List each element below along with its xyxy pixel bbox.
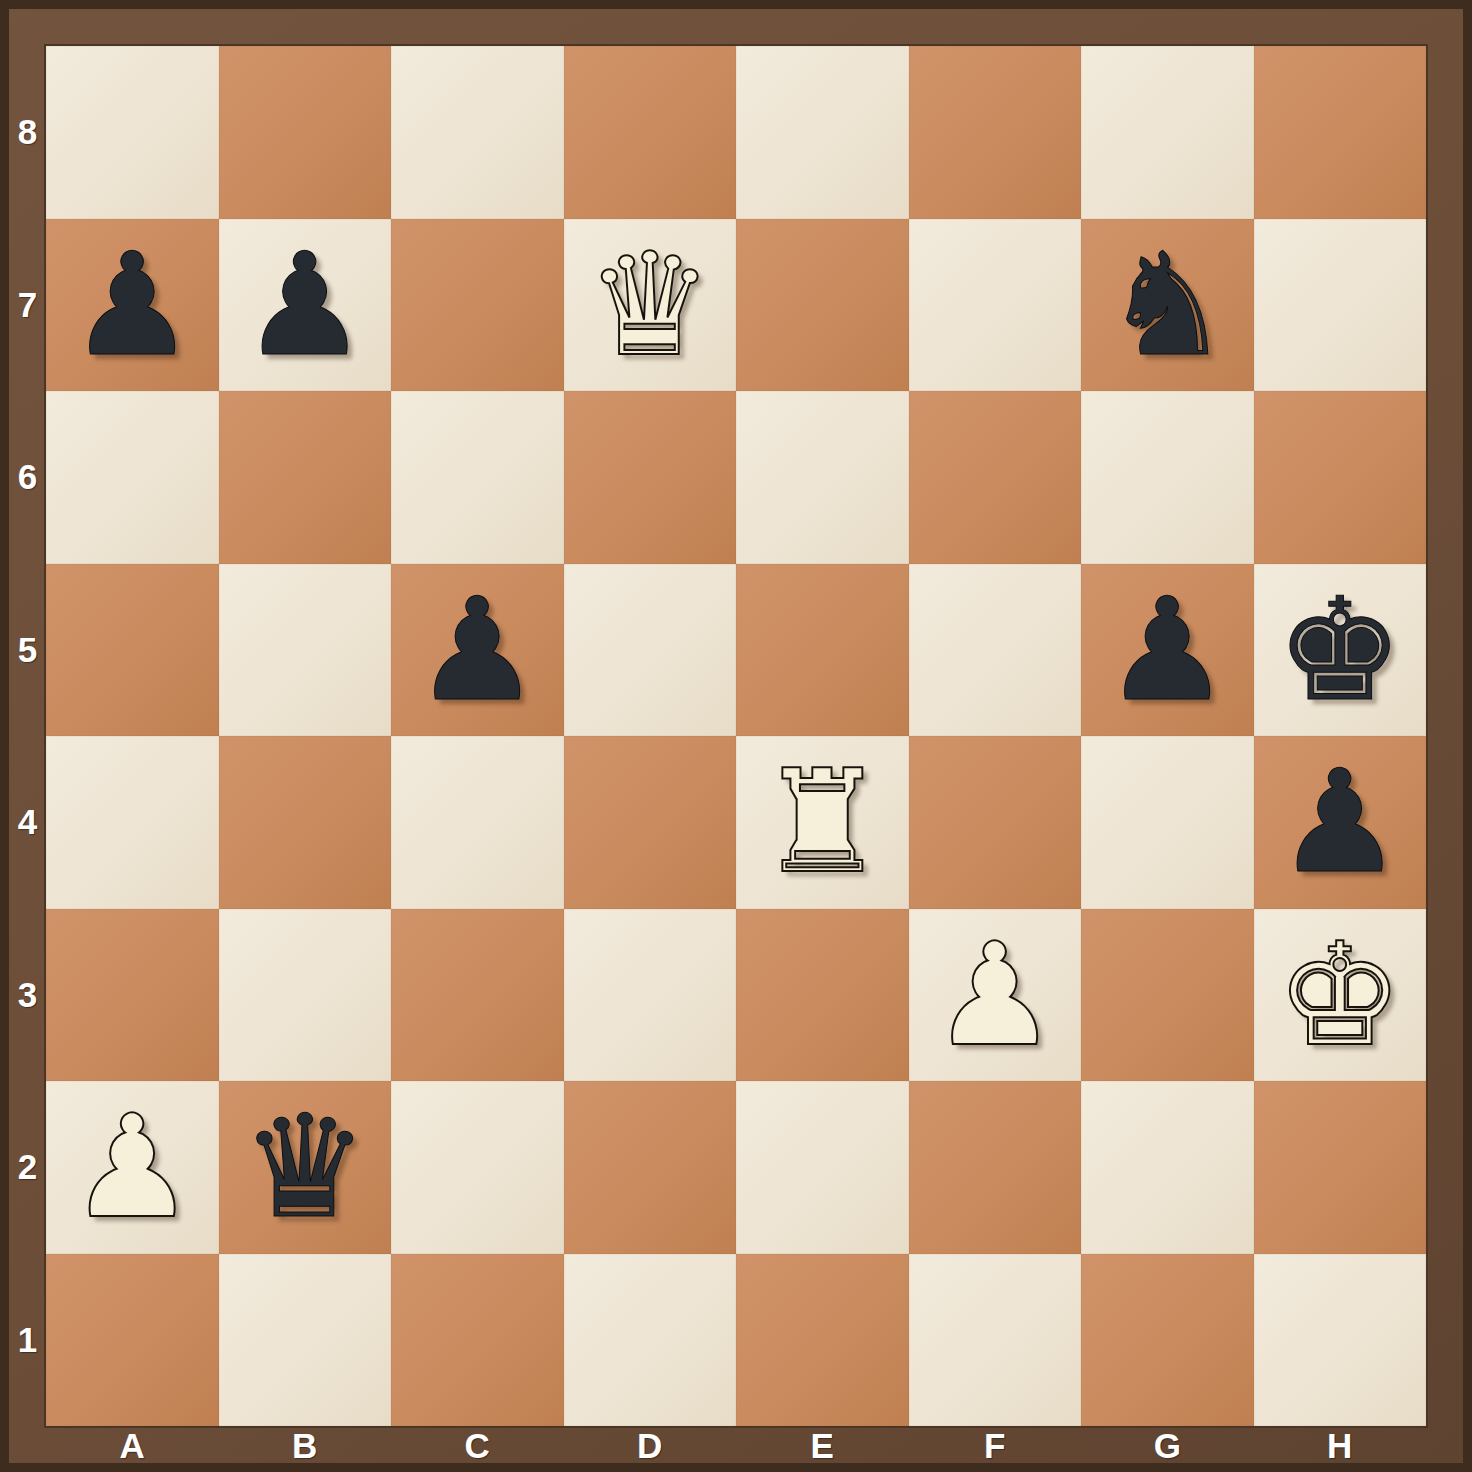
square-c5[interactable]: ♟	[391, 564, 564, 737]
black-pawn-a7[interactable]: ♟	[69, 234, 196, 376]
square-d6[interactable]	[564, 391, 737, 564]
square-a5[interactable]	[46, 564, 219, 737]
square-b7[interactable]: ♟	[219, 219, 392, 392]
square-b6[interactable]	[219, 391, 392, 564]
square-g8[interactable]	[1081, 46, 1254, 219]
square-c2[interactable]	[391, 1081, 564, 1254]
rank-label-8: 8	[9, 46, 46, 219]
file-label-e: E	[736, 1426, 909, 1468]
square-a2[interactable]: ♟	[46, 1081, 219, 1254]
square-f2[interactable]	[909, 1081, 1082, 1254]
square-f7[interactable]	[909, 219, 1082, 392]
file-label-d: D	[564, 1426, 737, 1468]
file-label-a: A	[46, 1426, 219, 1468]
square-a8[interactable]	[46, 46, 219, 219]
square-h6[interactable]	[1254, 391, 1427, 564]
rank-label-4: 4	[9, 736, 46, 909]
rank-label-1: 1	[9, 1254, 46, 1427]
square-d7[interactable]: ♛	[564, 219, 737, 392]
square-c4[interactable]	[391, 736, 564, 909]
square-b4[interactable]	[219, 736, 392, 909]
square-g4[interactable]	[1081, 736, 1254, 909]
file-label-g: G	[1081, 1426, 1254, 1468]
square-c8[interactable]	[391, 46, 564, 219]
black-pawn-b7[interactable]: ♟	[241, 234, 368, 376]
square-f1[interactable]	[909, 1254, 1082, 1427]
file-label-h: H	[1254, 1426, 1427, 1468]
black-knight-g7[interactable]: ♞	[1104, 234, 1231, 376]
square-g6[interactable]	[1081, 391, 1254, 564]
rank-label-3: 3	[9, 909, 46, 1082]
file-labels: ABCDEFGH	[46, 1426, 1426, 1463]
file-label-c: C	[391, 1426, 564, 1468]
square-f5[interactable]	[909, 564, 1082, 737]
square-h3[interactable]: ♚	[1254, 909, 1427, 1082]
square-b5[interactable]	[219, 564, 392, 737]
square-d5[interactable]	[564, 564, 737, 737]
rank-label-5: 5	[9, 564, 46, 737]
square-g5[interactable]: ♟	[1081, 564, 1254, 737]
rank-label-2: 2	[9, 1081, 46, 1254]
square-a1[interactable]	[46, 1254, 219, 1427]
square-g2[interactable]	[1081, 1081, 1254, 1254]
rank-label-7: 7	[9, 219, 46, 392]
square-a3[interactable]	[46, 909, 219, 1082]
square-a6[interactable]	[46, 391, 219, 564]
square-e4[interactable]: ♜	[736, 736, 909, 909]
white-pawn-f3[interactable]: ♟	[931, 924, 1058, 1066]
black-pawn-g5[interactable]: ♟	[1104, 579, 1231, 721]
rank-labels: 87654321	[9, 46, 46, 1426]
square-d8[interactable]	[564, 46, 737, 219]
white-queen-d7[interactable]: ♛	[586, 234, 713, 376]
square-b3[interactable]	[219, 909, 392, 1082]
square-g1[interactable]	[1081, 1254, 1254, 1427]
white-pawn-a2[interactable]: ♟	[69, 1096, 196, 1238]
black-pawn-h4[interactable]: ♟	[1276, 751, 1403, 893]
square-h2[interactable]	[1254, 1081, 1427, 1254]
square-c7[interactable]	[391, 219, 564, 392]
square-a7[interactable]: ♟	[46, 219, 219, 392]
square-a4[interactable]	[46, 736, 219, 909]
square-c3[interactable]	[391, 909, 564, 1082]
square-d4[interactable]	[564, 736, 737, 909]
square-h8[interactable]	[1254, 46, 1427, 219]
chess-board[interactable]: ♟♟♛♞♟♟♚♜♟♟♚♟♛	[46, 46, 1426, 1426]
square-c6[interactable]	[391, 391, 564, 564]
square-d3[interactable]	[564, 909, 737, 1082]
square-h5[interactable]: ♚	[1254, 564, 1427, 737]
square-b1[interactable]	[219, 1254, 392, 1427]
square-g7[interactable]: ♞	[1081, 219, 1254, 392]
white-king-h3[interactable]: ♚	[1276, 924, 1403, 1066]
file-label-b: B	[219, 1426, 392, 1468]
square-f4[interactable]	[909, 736, 1082, 909]
square-e8[interactable]	[736, 46, 909, 219]
black-king-h5[interactable]: ♚	[1276, 579, 1403, 721]
square-h4[interactable]: ♟	[1254, 736, 1427, 909]
square-f8[interactable]	[909, 46, 1082, 219]
black-queen-b2[interactable]: ♛	[241, 1096, 368, 1238]
square-e3[interactable]	[736, 909, 909, 1082]
white-rook-e4[interactable]: ♜	[759, 751, 886, 893]
square-c1[interactable]	[391, 1254, 564, 1427]
square-e2[interactable]	[736, 1081, 909, 1254]
rank-label-6: 6	[9, 391, 46, 564]
square-b8[interactable]	[219, 46, 392, 219]
square-e1[interactable]	[736, 1254, 909, 1427]
board-frame: 87654321 ♟♟♛♞♟♟♚♜♟♟♚♟♛ ABCDEFGH	[0, 0, 1472, 1472]
square-f6[interactable]	[909, 391, 1082, 564]
file-label-f: F	[909, 1426, 1082, 1468]
black-pawn-c5[interactable]: ♟	[414, 579, 541, 721]
square-e5[interactable]	[736, 564, 909, 737]
square-e6[interactable]	[736, 391, 909, 564]
square-f3[interactable]: ♟	[909, 909, 1082, 1082]
square-d1[interactable]	[564, 1254, 737, 1427]
square-h7[interactable]	[1254, 219, 1427, 392]
square-g3[interactable]	[1081, 909, 1254, 1082]
square-h1[interactable]	[1254, 1254, 1427, 1427]
square-b2[interactable]: ♛	[219, 1081, 392, 1254]
square-d2[interactable]	[564, 1081, 737, 1254]
square-e7[interactable]	[736, 219, 909, 392]
